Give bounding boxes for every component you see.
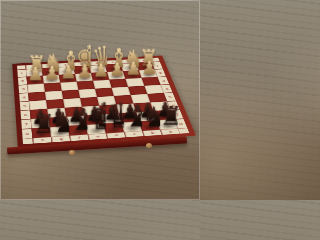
square-g4[interactable]	[45, 91, 63, 100]
piece-white-pawn[interactable]: ♟	[109, 61, 125, 79]
square-b2[interactable]: ♟	[123, 70, 142, 79]
square-c2[interactable]: ♟	[107, 71, 125, 80]
rank-label: 4	[19, 93, 29, 102]
square-d2[interactable]: ♟	[91, 72, 109, 81]
piece-white-pawn[interactable]: ♟	[125, 60, 141, 78]
strip-corner	[178, 128, 190, 134]
square-h8[interactable]: ♜	[32, 127, 51, 138]
piece-white-pawn[interactable]: ♟	[77, 62, 93, 80]
piece-black-rook[interactable]: ♜	[32, 111, 50, 137]
piece-white-pawn[interactable]: ♟	[141, 59, 157, 77]
square-h4[interactable]	[28, 92, 46, 101]
piece-white-pawn[interactable]: ♟	[60, 63, 76, 81]
chess-board: hgfedcba1♜♞♝♚♛♝♞♜12♟♟♟♟♟♟♟♟2334455667♟♟♟…	[12, 55, 196, 147]
piece-white-pawn[interactable]: ♟	[93, 61, 109, 79]
strip-corner	[23, 138, 33, 144]
chess-board-perspective-wrapper: hgfedcba1♜♞♝♚♛♝♞♜12♟♟♟♟♟♟♟♟2334455667♟♟♟…	[15, 15, 179, 179]
square-e2[interactable]: ♟	[75, 73, 93, 82]
hinge-knob	[146, 143, 152, 148]
square-a2[interactable]: ♟	[139, 69, 158, 78]
product-photo-chess-set: { "game": "chess", "position": "rnbqkbnr…	[0, 0, 200, 200]
piece-white-pawn[interactable]: ♟	[27, 65, 44, 83]
piece-white-pawn[interactable]: ♟	[44, 64, 60, 82]
square-f4[interactable]	[62, 90, 80, 99]
square-f2[interactable]: ♟	[59, 74, 77, 83]
hinge-knob	[69, 150, 75, 155]
square-g2[interactable]: ♟	[43, 75, 61, 84]
file-label: h	[33, 137, 52, 144]
square-h2[interactable]: ♟	[27, 76, 44, 85]
